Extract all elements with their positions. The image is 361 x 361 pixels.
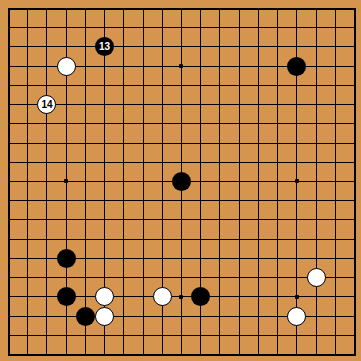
- star-point: [295, 179, 299, 183]
- grid-line-horizontal: [9, 335, 355, 336]
- stone-black-D4: [57, 287, 76, 306]
- grid-line-horizontal: [9, 239, 355, 240]
- grid-line-vertical: [258, 9, 259, 355]
- star-point: [179, 295, 183, 299]
- grid-line-vertical: [219, 9, 220, 355]
- stone-black-Q16: [287, 57, 306, 76]
- grid-line-horizontal: [9, 219, 355, 220]
- stone-white-D16: [57, 57, 76, 76]
- stone-white-Q3: [287, 307, 306, 326]
- stone-white-J4: [153, 287, 172, 306]
- move-number-label: 13: [99, 42, 110, 52]
- stone-black-E3: [76, 307, 95, 326]
- stone-white-R5: [307, 268, 326, 287]
- grid-line-vertical: [316, 9, 317, 355]
- move-number-label: 14: [41, 100, 52, 110]
- stone-black-D6: [57, 249, 76, 268]
- grid-line-vertical: [335, 9, 336, 355]
- grid-line-horizontal: [9, 277, 355, 278]
- go-board[interactable]: 1314: [0, 0, 361, 361]
- grid-line-vertical: [239, 9, 240, 355]
- grid-line-horizontal: [9, 200, 355, 201]
- stone-white-F3: [95, 307, 114, 326]
- go-diagram: 1314: [0, 0, 361, 361]
- stone-black-K10: [172, 172, 191, 191]
- grid-line-vertical: [277, 9, 278, 355]
- star-point: [295, 295, 299, 299]
